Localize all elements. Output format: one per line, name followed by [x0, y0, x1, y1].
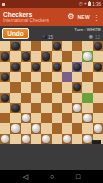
app-bar: Checkers International Checkers ⚙ NEW ⋮: [0, 8, 103, 26]
board-square[interactable]: [10, 82, 20, 92]
board-square[interactable]: [82, 82, 92, 92]
board-square[interactable]: [52, 123, 62, 133]
black-piece[interactable]: [73, 83, 81, 91]
board-square[interactable]: [62, 103, 72, 113]
board-square[interactable]: [52, 51, 62, 61]
android-nav-bar: ◁ ○ □: [0, 170, 103, 183]
board-square[interactable]: [0, 41, 10, 51]
board-square[interactable]: [52, 103, 62, 113]
board-square[interactable]: [82, 41, 92, 51]
board-square[interactable]: [82, 62, 92, 72]
white-disc-icon: [89, 35, 94, 40]
board-square[interactable]: [62, 82, 72, 92]
board-square[interactable]: [62, 113, 72, 123]
status-time: 1:36: [92, 2, 101, 7]
black-piece[interactable]: [11, 63, 19, 71]
white-piece[interactable]: [83, 52, 91, 60]
board-square[interactable]: [82, 72, 92, 82]
board-square[interactable]: [31, 51, 41, 61]
black-piece[interactable]: [53, 63, 61, 71]
board-square[interactable]: [21, 113, 31, 123]
clock-icon: ◷: [79, 2, 83, 7]
board-square[interactable]: [41, 93, 51, 103]
board-square[interactable]: [52, 62, 62, 72]
board-square[interactable]: [93, 72, 103, 82]
settings-gear-icon[interactable]: ⚙: [67, 13, 74, 21]
board-square[interactable]: [93, 113, 103, 123]
board-square[interactable]: [31, 93, 41, 103]
white-count-label: 12: [95, 35, 100, 40]
black-piece[interactable]: [11, 104, 19, 112]
white-piece[interactable]: [83, 135, 91, 143]
app-title: Checkers: [3, 11, 49, 18]
board-square[interactable]: [41, 103, 51, 113]
board-square[interactable]: [10, 62, 20, 72]
game-toolbar: Undo Turn : WHITE 15 12: [0, 26, 103, 41]
notification-icon: [2, 3, 5, 6]
board-square[interactable]: [41, 62, 51, 72]
battery-icon: [88, 2, 91, 7]
board-square[interactable]: [10, 41, 20, 51]
black-piece[interactable]: [73, 63, 81, 71]
board-square[interactable]: [21, 51, 31, 61]
board-square[interactable]: [41, 41, 51, 51]
white-piece[interactable]: [94, 124, 102, 132]
board-square[interactable]: [62, 51, 72, 61]
board-square[interactable]: [0, 72, 10, 82]
board-square[interactable]: [93, 123, 103, 133]
board-square[interactable]: [52, 41, 62, 51]
board-square[interactable]: [0, 103, 10, 113]
board-square[interactable]: [72, 82, 82, 92]
board-square[interactable]: [31, 41, 41, 51]
board-square[interactable]: [0, 51, 10, 61]
board-square[interactable]: [82, 103, 92, 113]
white-piece[interactable]: [1, 135, 9, 143]
white-piece[interactable]: [63, 135, 71, 143]
nav-recents-icon[interactable]: □: [76, 173, 80, 180]
board-square[interactable]: [31, 103, 41, 113]
board-square[interactable]: [10, 134, 20, 144]
board-square[interactable]: [10, 103, 20, 113]
white-piece[interactable]: [83, 114, 91, 122]
checkers-board: [0, 41, 103, 144]
board-square[interactable]: [21, 123, 31, 133]
board-square[interactable]: [82, 51, 92, 61]
board-square[interactable]: [21, 72, 31, 82]
black-piece[interactable]: [94, 42, 102, 50]
board-square[interactable]: [0, 93, 10, 103]
board-square[interactable]: [52, 134, 62, 144]
status-bar: ◷ + 1:36: [0, 0, 103, 8]
board-square[interactable]: [62, 62, 72, 72]
board-square[interactable]: [93, 51, 103, 61]
white-piece[interactable]: [73, 104, 81, 112]
board-square[interactable]: [41, 123, 51, 133]
board-square[interactable]: [72, 51, 82, 61]
board-square[interactable]: [93, 103, 103, 113]
black-piece[interactable]: [11, 42, 19, 50]
board-square[interactable]: [62, 93, 72, 103]
board-square[interactable]: [72, 123, 82, 133]
board-square[interactable]: [31, 72, 41, 82]
black-disc-icon: [42, 35, 47, 40]
board-square[interactable]: [62, 41, 72, 51]
board-square[interactable]: [21, 134, 31, 144]
board-square[interactable]: [10, 72, 20, 82]
phone-screen: ◷ + 1:36 Checkers International Checkers…: [0, 0, 103, 183]
board-square[interactable]: [93, 41, 103, 51]
white-piece[interactable]: [22, 135, 30, 143]
board-square[interactable]: [31, 82, 41, 92]
undo-button[interactable]: Undo: [2, 28, 29, 39]
board-square[interactable]: [52, 93, 62, 103]
black-piece[interactable]: [53, 42, 61, 50]
board-square[interactable]: [31, 134, 41, 144]
new-game-button[interactable]: NEW: [77, 14, 90, 20]
black-piece[interactable]: [42, 52, 50, 60]
black-count-label: 15: [48, 35, 53, 40]
board-square[interactable]: [0, 123, 10, 133]
overflow-menu-icon[interactable]: ⋮: [93, 14, 100, 21]
board-square[interactable]: [31, 113, 41, 123]
white-piece[interactable]: [32, 124, 40, 132]
board-watermark: ·····: [92, 140, 101, 144]
board-square[interactable]: [82, 123, 92, 133]
board-square[interactable]: [41, 134, 51, 144]
board-square[interactable]: [41, 82, 51, 92]
board-square[interactable]: [31, 62, 41, 72]
board-square[interactable]: [41, 72, 51, 82]
board-square[interactable]: [21, 41, 31, 51]
board-square[interactable]: [0, 82, 10, 92]
board-square[interactable]: [93, 62, 103, 72]
piece-counters: 15 12: [42, 35, 100, 40]
board-square[interactable]: [82, 113, 92, 123]
board-square[interactable]: [72, 62, 82, 72]
board-square[interactable]: [72, 72, 82, 82]
plus-icon: +: [84, 2, 87, 7]
black-piece-counter: 15: [42, 35, 53, 40]
board-square[interactable]: [52, 113, 62, 123]
black-piece[interactable]: [1, 73, 9, 81]
board-area: ·····: [0, 41, 103, 144]
board-square[interactable]: [93, 82, 103, 92]
nav-back-icon[interactable]: ◁: [23, 173, 28, 180]
black-piece[interactable]: [94, 63, 102, 71]
lower-panel: [0, 144, 103, 170]
board-square[interactable]: [62, 134, 72, 144]
nav-home-icon[interactable]: ○: [50, 173, 54, 180]
board-square[interactable]: [10, 93, 20, 103]
board-square[interactable]: [82, 93, 92, 103]
board-square[interactable]: [0, 134, 10, 144]
white-piece[interactable]: [42, 135, 50, 143]
board-square[interactable]: [93, 93, 103, 103]
board-square[interactable]: [21, 103, 31, 113]
black-piece[interactable]: [32, 63, 40, 71]
board-square[interactable]: [21, 82, 31, 92]
board-square[interactable]: [41, 51, 51, 61]
app-subtitle: International Checkers: [3, 18, 49, 23]
black-piece[interactable]: [22, 52, 30, 60]
board-square[interactable]: [21, 93, 31, 103]
turn-indicator: Turn : WHITE: [74, 27, 101, 32]
board-square[interactable]: [21, 62, 31, 72]
board-square[interactable]: [72, 103, 82, 113]
board-square[interactable]: [10, 113, 20, 123]
board-square[interactable]: [41, 113, 51, 123]
white-piece[interactable]: [11, 124, 19, 132]
board-square[interactable]: [31, 123, 41, 133]
board-square[interactable]: [72, 134, 82, 144]
board-square[interactable]: [72, 41, 82, 51]
board-square[interactable]: [0, 62, 10, 72]
white-piece[interactable]: [22, 114, 30, 122]
board-square[interactable]: [72, 113, 82, 123]
board-square[interactable]: [10, 123, 20, 133]
board-square[interactable]: [52, 82, 62, 92]
board-square[interactable]: [52, 72, 62, 82]
board-square[interactable]: [62, 72, 72, 82]
board-square[interactable]: [0, 113, 10, 123]
white-piece-counter: 12: [89, 35, 100, 40]
board-square[interactable]: [10, 51, 20, 61]
black-piece[interactable]: [1, 52, 9, 60]
black-piece[interactable]: [1, 94, 9, 102]
board-square[interactable]: [62, 123, 72, 133]
board-square[interactable]: [72, 93, 82, 103]
